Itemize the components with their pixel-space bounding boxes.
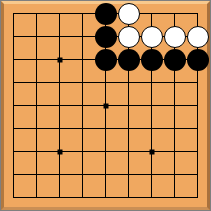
black-stone [95,3,117,25]
grid-cell [128,128,151,151]
grid-cell [59,36,82,59]
black-stone [95,26,117,48]
star-point [57,149,62,154]
black-stone [118,49,140,71]
white-stone [187,26,209,48]
grid-cell [105,105,128,128]
grid-cell [36,128,59,151]
grid-cell [105,128,128,151]
grid-cell [174,82,197,105]
grid-cell [13,128,36,151]
grid-cell [13,59,36,82]
white-stone [118,3,140,25]
grid-cell [36,13,59,36]
go-board [0,0,211,211]
grid-cell [82,174,105,197]
grid-cell [151,174,174,197]
grid-cell [128,105,151,128]
grid-cell [59,151,82,174]
grid-cell [13,151,36,174]
grid-cell [174,174,197,197]
grid-cell [36,174,59,197]
black-stone [141,49,163,71]
grid-cell [128,82,151,105]
go-grid [13,13,198,198]
grid-cell [174,128,197,151]
grid-cell [82,128,105,151]
grid-cell [59,59,82,82]
white-stone [164,26,186,48]
white-stone [118,26,140,48]
grid-cell [82,82,105,105]
star-point [149,149,154,154]
grid-cell [151,151,174,174]
grid-cell [82,151,105,174]
grid-cell [174,105,197,128]
grid-cell [59,128,82,151]
grid-cell [151,105,174,128]
white-stone [141,26,163,48]
board-wood-surface [1,1,210,210]
grid-cell [13,105,36,128]
grid-cell [59,13,82,36]
grid-cell [36,105,59,128]
grid-cell [13,36,36,59]
grid-cell [151,128,174,151]
grid-cell [36,59,59,82]
grid-cell [36,151,59,174]
grid-cell [59,82,82,105]
grid-cell [105,82,128,105]
grid-cell [82,105,105,128]
grid-cell [59,105,82,128]
grid-cell [151,82,174,105]
grid-cell [36,36,59,59]
grid-cell [13,82,36,105]
grid-cell [105,174,128,197]
grid-cell [36,82,59,105]
black-stone [164,49,186,71]
grid-cell [128,151,151,174]
black-stone [95,49,117,71]
grid-cell [105,151,128,174]
grid-cell [128,174,151,197]
grid-cell [13,13,36,36]
star-point [103,103,108,108]
grid-cell [59,174,82,197]
grid-cell [13,174,36,197]
grid-cell [174,151,197,174]
star-point [57,57,62,62]
black-stone [187,49,209,71]
